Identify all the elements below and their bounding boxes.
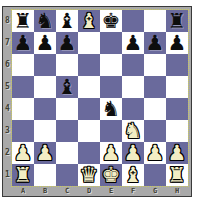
square-a6[interactable] bbox=[12, 54, 34, 76]
square-h1[interactable]: ♜ bbox=[166, 164, 188, 186]
white-pawn-f2[interactable]: ♟ bbox=[122, 142, 144, 164]
file-label-e: E bbox=[100, 186, 122, 196]
square-h8[interactable]: ♜ bbox=[166, 10, 188, 32]
chess-board[interactable]: ♜♞♝♝♚♜♟♟♟♟♟♟♝♞♞♟♟♟♟♟♟♜♛♚♝♜ bbox=[12, 10, 188, 186]
square-f4[interactable] bbox=[122, 98, 144, 120]
square-f6[interactable] bbox=[122, 54, 144, 76]
square-c8[interactable]: ♝ bbox=[56, 10, 78, 32]
white-pawn-g2[interactable]: ♟ bbox=[144, 142, 166, 164]
black-king-e8[interactable]: ♚ bbox=[100, 10, 122, 32]
square-d7[interactable] bbox=[78, 32, 100, 54]
square-e2[interactable]: ♟ bbox=[100, 142, 122, 164]
square-h7[interactable]: ♟ bbox=[166, 32, 188, 54]
file-label-g: G bbox=[144, 186, 166, 196]
square-c6[interactable] bbox=[56, 54, 78, 76]
white-bishop-d8[interactable]: ♝ bbox=[78, 10, 100, 32]
black-rook-h8[interactable]: ♜ bbox=[166, 10, 188, 32]
black-rook-a8[interactable]: ♜ bbox=[12, 10, 34, 32]
square-b6[interactable] bbox=[34, 54, 56, 76]
square-f1[interactable]: ♝ bbox=[122, 164, 144, 186]
black-knight-b8[interactable]: ♞ bbox=[34, 10, 56, 32]
file-label-d: D bbox=[78, 186, 100, 196]
square-g5[interactable] bbox=[144, 76, 166, 98]
square-a1[interactable]: ♜ bbox=[12, 164, 34, 186]
square-g7[interactable]: ♟ bbox=[144, 32, 166, 54]
rank-label-6: 6 bbox=[3, 54, 12, 76]
square-b4[interactable] bbox=[34, 98, 56, 120]
white-pawn-b2[interactable]: ♟ bbox=[34, 142, 56, 164]
file-label-h: H bbox=[166, 186, 188, 196]
rank-label-1: 1 bbox=[3, 164, 12, 186]
white-bishop-f1[interactable]: ♝ bbox=[122, 164, 144, 186]
square-b2[interactable]: ♟ bbox=[34, 142, 56, 164]
square-h6[interactable] bbox=[166, 54, 188, 76]
square-f8[interactable] bbox=[122, 10, 144, 32]
square-h5[interactable] bbox=[166, 76, 188, 98]
square-g2[interactable]: ♟ bbox=[144, 142, 166, 164]
white-queen-d1[interactable]: ♛ bbox=[78, 164, 100, 186]
square-d5[interactable] bbox=[78, 76, 100, 98]
square-d6[interactable] bbox=[78, 54, 100, 76]
rank-label-8: 8 bbox=[3, 10, 12, 32]
square-g4[interactable] bbox=[144, 98, 166, 120]
file-label-b: B bbox=[34, 186, 56, 196]
square-c4[interactable] bbox=[56, 98, 78, 120]
black-pawn-f7[interactable]: ♟ bbox=[122, 32, 144, 54]
square-a7[interactable]: ♟ bbox=[12, 32, 34, 54]
square-e3[interactable] bbox=[100, 120, 122, 142]
square-f2[interactable]: ♟ bbox=[122, 142, 144, 164]
white-pawn-a2[interactable]: ♟ bbox=[12, 142, 34, 164]
square-f7[interactable]: ♟ bbox=[122, 32, 144, 54]
file-label-f: F bbox=[122, 186, 144, 196]
square-e6[interactable] bbox=[100, 54, 122, 76]
white-pawn-e2[interactable]: ♟ bbox=[100, 142, 122, 164]
square-c5[interactable]: ♝ bbox=[56, 76, 78, 98]
black-pawn-b7[interactable]: ♟ bbox=[34, 32, 56, 54]
square-e1[interactable]: ♚ bbox=[100, 164, 122, 186]
rank-label-4: 4 bbox=[3, 98, 12, 120]
square-c7[interactable]: ♟ bbox=[56, 32, 78, 54]
square-h4[interactable] bbox=[166, 98, 188, 120]
square-d4[interactable] bbox=[78, 98, 100, 120]
square-d2[interactable] bbox=[78, 142, 100, 164]
rank-labels: 87654321 bbox=[3, 10, 12, 186]
square-e8[interactable]: ♚ bbox=[100, 10, 122, 32]
rank-label-3: 3 bbox=[3, 120, 12, 142]
square-a4[interactable] bbox=[12, 98, 34, 120]
black-pawn-h7[interactable]: ♟ bbox=[166, 32, 188, 54]
square-c2[interactable] bbox=[56, 142, 78, 164]
square-b1[interactable] bbox=[34, 164, 56, 186]
white-rook-h1[interactable]: ♜ bbox=[166, 164, 188, 186]
square-g8[interactable] bbox=[144, 10, 166, 32]
square-c3[interactable] bbox=[56, 120, 78, 142]
white-knight-f3[interactable]: ♞ bbox=[122, 120, 144, 142]
rank-label-2: 2 bbox=[3, 142, 12, 164]
square-c1[interactable] bbox=[56, 164, 78, 186]
square-d1[interactable]: ♛ bbox=[78, 164, 100, 186]
square-f3[interactable]: ♞ bbox=[122, 120, 144, 142]
board-frame: 87654321 ♜♞♝♝♚♜♟♟♟♟♟♟♝♞♞♟♟♟♟♟♟♜♛♚♝♜ ABCD… bbox=[2, 6, 192, 197]
square-e5[interactable] bbox=[100, 76, 122, 98]
square-d8[interactable]: ♝ bbox=[78, 10, 100, 32]
white-king-e1[interactable]: ♚ bbox=[100, 164, 122, 186]
rank-label-5: 5 bbox=[3, 76, 12, 98]
square-d3[interactable] bbox=[78, 120, 100, 142]
black-pawn-a7[interactable]: ♟ bbox=[12, 32, 34, 54]
square-b3[interactable] bbox=[34, 120, 56, 142]
white-pawn-h2[interactable]: ♟ bbox=[166, 142, 188, 164]
chess-gui-window: 87654321 ♜♞♝♝♚♜♟♟♟♟♟♟♝♞♞♟♟♟♟♟♟♜♛♚♝♜ ABCD… bbox=[0, 0, 200, 200]
square-g3[interactable] bbox=[144, 120, 166, 142]
square-b5[interactable] bbox=[34, 76, 56, 98]
black-bishop-c8[interactable]: ♝ bbox=[56, 10, 78, 32]
black-pawn-g7[interactable]: ♟ bbox=[144, 32, 166, 54]
square-e7[interactable] bbox=[100, 32, 122, 54]
square-g6[interactable] bbox=[144, 54, 166, 76]
black-bishop-c5[interactable]: ♝ bbox=[56, 76, 78, 98]
square-h2[interactable]: ♟ bbox=[166, 142, 188, 164]
square-h3[interactable] bbox=[166, 120, 188, 142]
rank-label-7: 7 bbox=[3, 32, 12, 54]
square-a3[interactable] bbox=[12, 120, 34, 142]
square-e4[interactable]: ♞ bbox=[100, 98, 122, 120]
file-label-a: A bbox=[12, 186, 34, 196]
square-f5[interactable] bbox=[122, 76, 144, 98]
file-labels: ABCDEFGH bbox=[12, 186, 188, 196]
square-a5[interactable] bbox=[12, 76, 34, 98]
black-knight-e4[interactable]: ♞ bbox=[100, 98, 122, 120]
white-rook-a1[interactable]: ♜ bbox=[12, 164, 34, 186]
square-b8[interactable]: ♞ bbox=[34, 10, 56, 32]
square-a8[interactable]: ♜ bbox=[12, 10, 34, 32]
file-label-c: C bbox=[56, 186, 78, 196]
square-a2[interactable]: ♟ bbox=[12, 142, 34, 164]
black-pawn-c7[interactable]: ♟ bbox=[56, 32, 78, 54]
square-g1[interactable] bbox=[144, 164, 166, 186]
square-b7[interactable]: ♟ bbox=[34, 32, 56, 54]
